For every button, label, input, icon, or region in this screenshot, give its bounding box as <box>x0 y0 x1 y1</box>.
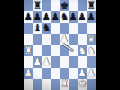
white-knight-icon[interactable]: ♞ <box>87 45 96 55</box>
square-d1[interactable] <box>51 79 60 90</box>
square-h4[interactable]: ♞ <box>87 45 96 56</box>
right-letterbox-bar <box>94 0 120 90</box>
white-pawn-icon[interactable]: ♟ <box>60 34 69 44</box>
white-queen-icon[interactable]: ♛ <box>87 34 96 44</box>
white-knight-icon[interactable]: ♞ <box>78 45 87 55</box>
white-pawn-icon[interactable]: ♟ <box>33 56 42 66</box>
square-c1[interactable] <box>42 79 51 90</box>
left-letterbox-bar <box>0 0 24 90</box>
square-a4[interactable]: ♜ <box>24 45 33 56</box>
white-pawn-icon[interactable]: ♟ <box>42 56 51 66</box>
square-b1[interactable] <box>33 79 42 90</box>
black-knight-icon[interactable]: ♞ <box>60 11 69 21</box>
square-b2[interactable] <box>33 68 42 79</box>
square-a6[interactable] <box>24 23 33 34</box>
black-pawn-icon[interactable]: ♟ <box>78 11 87 21</box>
square-e1[interactable]: ♜ <box>60 79 69 90</box>
square-c6[interactable]: ♞ <box>42 23 51 34</box>
square-d7[interactable]: ♟ <box>51 11 60 22</box>
black-pawn-icon[interactable]: ♟ <box>42 11 51 21</box>
chess-board[interactable]: ♜♚♜♟♟♟♟♞♟♟♟♝♞♟♛♜♞♞♟♟♟♟♟♜♚ <box>24 0 94 90</box>
black-bishop-icon[interactable]: ♝ <box>33 23 42 33</box>
black-rook-icon[interactable]: ♜ <box>33 0 42 10</box>
square-a1[interactable] <box>24 79 33 90</box>
white-pawn-icon[interactable]: ♟ <box>87 68 96 78</box>
white-rook-icon[interactable]: ♜ <box>24 45 33 55</box>
black-pawn-icon[interactable]: ♟ <box>33 11 42 21</box>
black-pawn-icon[interactable]: ♟ <box>69 11 78 21</box>
square-h1[interactable] <box>87 79 96 90</box>
black-pawn-icon[interactable]: ♟ <box>24 11 33 21</box>
black-king-icon[interactable]: ♚ <box>60 0 69 10</box>
square-a7[interactable]: ♟ <box>24 11 33 22</box>
square-e3[interactable] <box>60 56 69 67</box>
square-f1[interactable] <box>69 79 78 90</box>
white-king-icon[interactable]: ♚ <box>78 79 87 89</box>
square-f6[interactable] <box>69 23 78 34</box>
square-b3[interactable]: ♟ <box>33 56 42 67</box>
white-rook-icon[interactable]: ♜ <box>60 79 69 89</box>
square-b6[interactable]: ♝ <box>33 23 42 34</box>
square-a2[interactable]: ♟ <box>24 68 33 79</box>
square-f3[interactable] <box>69 56 78 67</box>
square-d6[interactable] <box>51 23 60 34</box>
square-b5[interactable] <box>33 34 42 45</box>
black-pawn-icon[interactable]: ♟ <box>87 11 96 21</box>
square-e7[interactable]: ♞ <box>60 11 69 22</box>
black-knight-icon[interactable]: ♞ <box>42 23 51 33</box>
square-d4[interactable] <box>51 45 60 56</box>
white-pawn-icon[interactable]: ♟ <box>78 68 87 78</box>
black-pawn-icon[interactable]: ♟ <box>51 11 60 21</box>
square-c2[interactable] <box>42 68 51 79</box>
square-f2[interactable] <box>69 68 78 79</box>
square-d2[interactable] <box>51 68 60 79</box>
square-e5[interactable]: ♟ <box>60 34 69 45</box>
square-g1[interactable]: ♚ <box>78 79 87 90</box>
screenshot-root: ♜♚♜♟♟♟♟♞♟♟♟♝♞♟♛♜♞♞♟♟♟♟♟♜♚ <box>0 0 120 90</box>
black-rook-icon[interactable]: ♜ <box>87 0 96 10</box>
square-h2[interactable]: ♟ <box>87 68 96 79</box>
square-e4[interactable] <box>60 45 69 56</box>
square-g4[interactable]: ♞ <box>78 45 87 56</box>
white-pawn-icon[interactable]: ♟ <box>24 68 33 78</box>
square-d3[interactable] <box>51 56 60 67</box>
square-h7[interactable]: ♟ <box>87 11 96 22</box>
square-f7[interactable]: ♟ <box>69 11 78 22</box>
square-g7[interactable]: ♟ <box>78 11 87 22</box>
square-f5[interactable] <box>69 34 78 45</box>
square-c3[interactable]: ♟ <box>42 56 51 67</box>
square-c5[interactable] <box>42 34 51 45</box>
square-d5[interactable] <box>51 34 60 45</box>
square-g6[interactable] <box>78 23 87 34</box>
square-f4[interactable] <box>69 45 78 56</box>
